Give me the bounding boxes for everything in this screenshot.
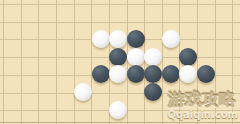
board-cell-r2c7	[180, 48, 198, 66]
board-cell-r2c4	[127, 48, 145, 66]
board-cell-r4c1	[75, 83, 93, 101]
white-stone	[144, 48, 162, 66]
board-cell-r5c8[interactable]	[197, 101, 215, 119]
board-cell-r4c2[interactable]	[92, 83, 110, 101]
board-cell-r5c5[interactable]	[145, 101, 163, 119]
board-cell-r3c4	[127, 66, 145, 84]
board-cell-r1c8[interactable]	[197, 31, 215, 49]
board-cell-r3c2	[92, 66, 110, 84]
black-stone	[144, 65, 162, 83]
black-stone	[144, 83, 162, 101]
board-cell-r4c4[interactable]	[127, 83, 145, 101]
white-stone	[109, 65, 127, 83]
board-cell-r3c6	[162, 66, 180, 84]
white-stone	[162, 30, 180, 48]
gomoku-board[interactable]: 游戏攻略 Qqaiqin.com	[0, 0, 240, 124]
board-cell-r5c2[interactable]	[92, 101, 110, 119]
board-cell-r4c7[interactable]	[180, 83, 198, 101]
board-cell-r1c2	[92, 31, 110, 49]
board-cell-r3c8	[197, 66, 215, 84]
board-cell-r4c8[interactable]	[197, 83, 215, 101]
board-cell-r1c6	[162, 31, 180, 49]
board-cell-r4c3[interactable]	[110, 83, 128, 101]
white-stone	[109, 101, 127, 119]
board-cell-r5c6[interactable]	[162, 101, 180, 119]
board-cell-r1c4	[127, 31, 145, 49]
board-cell-r5c3	[110, 101, 128, 119]
board-cell-r5c7[interactable]	[180, 101, 198, 119]
board-bottom-line	[0, 122, 240, 123]
board-cell-r3c7	[180, 66, 198, 84]
board-cell-r2c6[interactable]	[162, 48, 180, 66]
board-cell-r5c1[interactable]	[75, 101, 93, 119]
board-cell-r2c5	[145, 48, 163, 66]
board-cell-r2c3	[110, 48, 128, 66]
white-stone	[109, 30, 127, 48]
black-stone	[109, 48, 127, 66]
board-cell-r1c7[interactable]	[180, 31, 198, 49]
black-stone	[179, 48, 197, 66]
board-cell-r1c5[interactable]	[145, 31, 163, 49]
white-stone	[74, 83, 92, 101]
black-stone	[197, 65, 215, 83]
white-stone	[179, 65, 197, 83]
stone-layer	[75, 31, 215, 119]
board-cell-r3c1[interactable]	[75, 66, 93, 84]
black-stone	[162, 65, 180, 83]
board-cell-r5c4[interactable]	[127, 101, 145, 119]
board-cell-r4c5	[145, 83, 163, 101]
board-cell-r1c1[interactable]	[75, 31, 93, 49]
white-stone	[92, 30, 110, 48]
black-stone	[127, 30, 145, 48]
board-cell-r2c1[interactable]	[75, 48, 93, 66]
board-cell-r1c3	[110, 31, 128, 49]
board-cell-r3c5	[145, 66, 163, 84]
black-stone	[127, 65, 145, 83]
board-cell-r2c2[interactable]	[92, 48, 110, 66]
board-cell-r2c8[interactable]	[197, 48, 215, 66]
board-cell-r3c3	[110, 66, 128, 84]
white-stone	[127, 48, 145, 66]
board-cell-r4c6[interactable]	[162, 83, 180, 101]
black-stone	[92, 65, 110, 83]
